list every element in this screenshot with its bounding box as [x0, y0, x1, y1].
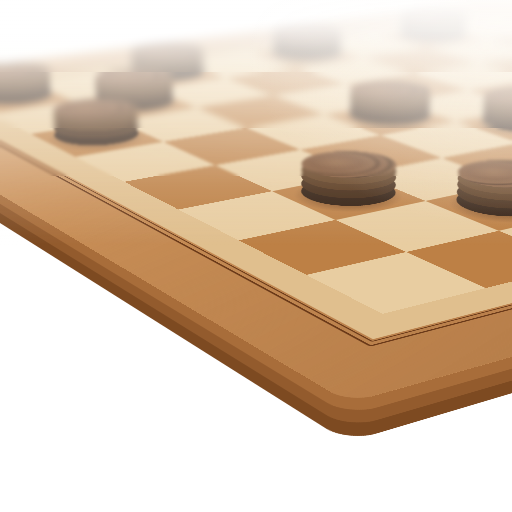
scene — [0, 0, 512, 512]
board-top-surface — [0, 0, 512, 403]
square-r7c1[interactable] — [406, 231, 512, 288]
checkers-board — [0, 0, 512, 403]
